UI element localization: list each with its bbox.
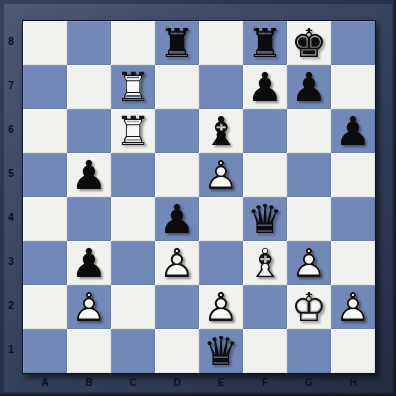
rank-label-7: 7 [0, 64, 22, 108]
white-pawn[interactable]: ♟♙ [155, 241, 199, 285]
square-e7[interactable] [199, 65, 243, 109]
square-a5[interactable] [23, 153, 67, 197]
file-label-g: G [287, 374, 331, 394]
rank-labels: 87654321 [0, 20, 22, 372]
square-h6[interactable]: ♟ [331, 109, 375, 153]
square-g5[interactable] [287, 153, 331, 197]
square-h1[interactable] [331, 329, 375, 373]
square-e1[interactable]: ♛ [199, 329, 243, 373]
file-label-e: E [199, 374, 243, 394]
square-f4[interactable]: ♛ [243, 197, 287, 241]
square-g1[interactable] [287, 329, 331, 373]
square-e5[interactable]: ♟♙ [199, 153, 243, 197]
file-labels: ABCDEFGH [23, 374, 375, 394]
board-frame: 87654321 ♜♜♚♜♖♟♟♜♖♝♟♟♟♙♟♛♟♟♙♝♗♟♙♟♙♟♙♚♔♟♙… [0, 0, 396, 396]
file-label-c: C [111, 374, 155, 394]
rank-label-5: 5 [0, 152, 22, 196]
square-c1[interactable] [111, 329, 155, 373]
square-g8[interactable]: ♚ [287, 21, 331, 65]
file-label-b: B [67, 374, 111, 394]
file-label-f: F [243, 374, 287, 394]
square-e2[interactable]: ♟♙ [199, 285, 243, 329]
square-h4[interactable] [331, 197, 375, 241]
black-rook[interactable]: ♜ [155, 21, 199, 65]
square-a4[interactable] [23, 197, 67, 241]
black-bishop[interactable]: ♝ [199, 109, 243, 153]
square-f1[interactable] [243, 329, 287, 373]
square-d7[interactable] [155, 65, 199, 109]
square-e3[interactable] [199, 241, 243, 285]
square-h3[interactable] [331, 241, 375, 285]
square-f6[interactable] [243, 109, 287, 153]
black-queen[interactable]: ♛ [199, 329, 243, 373]
square-b1[interactable] [67, 329, 111, 373]
black-king[interactable]: ♚ [287, 21, 331, 65]
square-e4[interactable] [199, 197, 243, 241]
rank-label-8: 8 [0, 20, 22, 64]
square-b4[interactable] [67, 197, 111, 241]
white-king[interactable]: ♚♔ [287, 285, 331, 329]
black-pawn[interactable]: ♟ [67, 153, 111, 197]
square-a8[interactable] [23, 21, 67, 65]
square-h5[interactable] [331, 153, 375, 197]
square-h7[interactable] [331, 65, 375, 109]
square-g3[interactable]: ♟♙ [287, 241, 331, 285]
square-d5[interactable] [155, 153, 199, 197]
square-f5[interactable] [243, 153, 287, 197]
square-e6[interactable]: ♝ [199, 109, 243, 153]
square-b3[interactable]: ♟ [67, 241, 111, 285]
square-c5[interactable] [111, 153, 155, 197]
white-pawn[interactable]: ♟♙ [199, 285, 243, 329]
square-f8[interactable]: ♜ [243, 21, 287, 65]
square-d1[interactable] [155, 329, 199, 373]
square-c6[interactable]: ♜♖ [111, 109, 155, 153]
square-h8[interactable] [331, 21, 375, 65]
black-pawn[interactable]: ♟ [331, 109, 375, 153]
square-b8[interactable] [67, 21, 111, 65]
square-f3[interactable]: ♝♗ [243, 241, 287, 285]
square-c4[interactable] [111, 197, 155, 241]
black-pawn[interactable]: ♟ [155, 197, 199, 241]
square-g7[interactable]: ♟ [287, 65, 331, 109]
black-pawn[interactable]: ♟ [243, 65, 287, 109]
square-d3[interactable]: ♟♙ [155, 241, 199, 285]
square-h2[interactable]: ♟♙ [331, 285, 375, 329]
rank-label-1: 1 [0, 328, 22, 372]
square-g2[interactable]: ♚♔ [287, 285, 331, 329]
square-d8[interactable]: ♜ [155, 21, 199, 65]
file-label-a: A [23, 374, 67, 394]
file-label-h: H [331, 374, 375, 394]
square-a3[interactable] [23, 241, 67, 285]
white-pawn[interactable]: ♟♙ [331, 285, 375, 329]
square-a6[interactable] [23, 109, 67, 153]
black-queen[interactable]: ♛ [243, 197, 287, 241]
square-b2[interactable]: ♟♙ [67, 285, 111, 329]
rank-label-4: 4 [0, 196, 22, 240]
square-c8[interactable] [111, 21, 155, 65]
black-pawn[interactable]: ♟ [287, 65, 331, 109]
square-f2[interactable] [243, 285, 287, 329]
square-a1[interactable] [23, 329, 67, 373]
square-c7[interactable]: ♜♖ [111, 65, 155, 109]
white-rook[interactable]: ♜♖ [111, 109, 155, 153]
square-d2[interactable] [155, 285, 199, 329]
square-d6[interactable] [155, 109, 199, 153]
white-pawn[interactable]: ♟♙ [287, 241, 331, 285]
square-c2[interactable] [111, 285, 155, 329]
rank-label-3: 3 [0, 240, 22, 284]
square-e8[interactable] [199, 21, 243, 65]
white-rook[interactable]: ♜♖ [111, 65, 155, 109]
square-b7[interactable] [67, 65, 111, 109]
file-label-d: D [155, 374, 199, 394]
white-pawn[interactable]: ♟♙ [199, 153, 243, 197]
white-pawn[interactable]: ♟♙ [67, 285, 111, 329]
square-a7[interactable] [23, 65, 67, 109]
square-a2[interactable] [23, 285, 67, 329]
white-bishop[interactable]: ♝♗ [243, 241, 287, 285]
square-g6[interactable] [287, 109, 331, 153]
square-b6[interactable] [67, 109, 111, 153]
chess-board[interactable]: ♜♜♚♜♖♟♟♜♖♝♟♟♟♙♟♛♟♟♙♝♗♟♙♟♙♟♙♚♔♟♙♛ [22, 20, 376, 374]
square-d4[interactable]: ♟ [155, 197, 199, 241]
square-f7[interactable]: ♟ [243, 65, 287, 109]
rank-label-6: 6 [0, 108, 22, 152]
square-c3[interactable] [111, 241, 155, 285]
rank-label-2: 2 [0, 284, 22, 328]
black-pawn[interactable]: ♟ [67, 241, 111, 285]
black-rook[interactable]: ♜ [243, 21, 287, 65]
square-b5[interactable]: ♟ [67, 153, 111, 197]
square-g4[interactable] [287, 197, 331, 241]
